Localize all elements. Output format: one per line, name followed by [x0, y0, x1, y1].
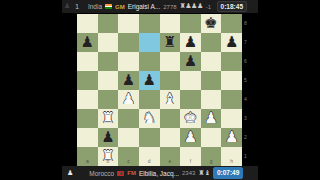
square-b8[interactable]	[98, 14, 119, 33]
piece-white-pawn: ♟	[225, 130, 238, 145]
piece-black-pawn: ♟	[184, 35, 197, 50]
file-label-h: h	[221, 159, 242, 166]
morocco-star-icon: ★	[117, 170, 124, 177]
player-name-bottom: Elbilia, Jacq...	[139, 170, 179, 177]
file-label-g: g	[201, 159, 222, 166]
rank-label-5: 5	[244, 71, 252, 90]
file-labels: abcdefgh	[77, 159, 242, 166]
square-b4[interactable]	[98, 90, 119, 109]
square-c5[interactable]: ♟	[118, 71, 139, 90]
square-a7[interactable]: ♟	[77, 33, 98, 52]
square-h3[interactable]	[221, 109, 242, 128]
rank-label-8: 8	[244, 14, 252, 33]
square-f6[interactable]: ♟	[180, 52, 201, 71]
rating-top: 2778	[163, 4, 176, 10]
piece-white-bishop: ♝	[163, 92, 176, 107]
square-f5[interactable]	[180, 71, 201, 90]
square-c4[interactable]: ♟	[118, 90, 139, 109]
square-h5[interactable]	[221, 71, 242, 90]
piece-white-pawn: ♟	[184, 130, 197, 145]
piece-black-rook: ♜	[163, 35, 176, 50]
chess-board: ♚♟♜♟♟♟♟♟♟♝♜♞♚♟♟♟♟♜	[77, 14, 242, 166]
square-a8[interactable]	[77, 14, 98, 33]
square-g4[interactable]	[201, 90, 222, 109]
square-h2[interactable]: ♟	[221, 128, 242, 147]
rank-label-2: 2	[244, 128, 252, 147]
square-e5[interactable]	[160, 71, 181, 90]
piece-black-pawn: ♟	[184, 54, 197, 69]
piece-black-pawn: ♟	[142, 73, 155, 88]
square-b7[interactable]	[98, 33, 119, 52]
piece-black-pawn: ♟	[122, 73, 135, 88]
square-f2[interactable]: ♟	[180, 128, 201, 147]
clock-top: 0:18:45	[217, 1, 247, 13]
square-f7[interactable]: ♟	[180, 33, 201, 52]
black-pawn-icon: ♟	[64, 3, 70, 10]
square-h8[interactable]	[221, 14, 242, 33]
rating-bottom: 2343	[182, 170, 195, 176]
piece-black-pawn: ♟	[225, 35, 238, 50]
piece-white-rook: ♜	[101, 111, 114, 126]
square-d7[interactable]	[139, 33, 160, 52]
white-pawn-icon: ♟	[67, 170, 73, 177]
team-name-bottom: Morocco	[89, 170, 114, 177]
square-a4[interactable]	[77, 90, 98, 109]
material-diff-top: -1	[206, 4, 211, 10]
clock-bottom-active: 0:07:49	[213, 167, 243, 179]
rank-label-3: 3	[244, 109, 252, 128]
rank-label-4: 4	[244, 90, 252, 109]
square-f8[interactable]	[180, 14, 201, 33]
top-player-bar: ♟ 1 India GM Erigaisi A... 2778 ♜♟♟♟ -1 …	[62, 0, 258, 13]
piece-black-pawn: ♟	[81, 35, 94, 50]
file-label-d: d	[139, 159, 160, 166]
rank-label-6: 6	[244, 52, 252, 71]
square-a2[interactable]	[77, 128, 98, 147]
square-c3[interactable]	[118, 109, 139, 128]
square-d3[interactable]: ♞	[139, 109, 160, 128]
rank-label-1: 1	[244, 147, 252, 166]
square-h4[interactable]	[221, 90, 242, 109]
captured-pieces-top: ♜♟♟♟	[180, 3, 203, 10]
square-d8[interactable]	[139, 14, 160, 33]
player-name-top: Erigaisi A...	[128, 3, 161, 10]
piece-white-knight: ♞	[142, 111, 155, 126]
board-number: 1	[75, 3, 79, 10]
square-b3[interactable]: ♜	[98, 109, 119, 128]
video-frame: ♟ 1 India GM Erigaisi A... 2778 ♜♟♟♟ -1 …	[0, 0, 320, 180]
square-g6[interactable]	[201, 52, 222, 71]
square-f3[interactable]: ♚	[180, 109, 201, 128]
title-badge-fm: FM	[127, 170, 136, 176]
square-e4[interactable]: ♝	[160, 90, 181, 109]
square-c6[interactable]	[118, 52, 139, 71]
square-g2[interactable]	[201, 128, 222, 147]
file-label-e: e	[160, 159, 181, 166]
square-d6[interactable]	[139, 52, 160, 71]
square-e8[interactable]	[160, 14, 181, 33]
morocco-flag-icon: ★	[117, 171, 124, 176]
square-c7[interactable]	[118, 33, 139, 52]
piece-black-king: ♚	[204, 16, 217, 31]
square-g5[interactable]	[201, 71, 222, 90]
piece-white-pawn: ♟	[122, 92, 135, 107]
square-c8[interactable]	[118, 14, 139, 33]
piece-white-pawn: ♟	[204, 111, 217, 126]
square-d5[interactable]: ♟	[139, 71, 160, 90]
square-g8[interactable]: ♚	[201, 14, 222, 33]
file-label-a: a	[77, 159, 98, 166]
square-b5[interactable]	[98, 71, 119, 90]
square-h6[interactable]	[221, 52, 242, 71]
square-e6[interactable]	[160, 52, 181, 71]
square-e2[interactable]	[160, 128, 181, 147]
team-name-top: India	[88, 3, 102, 10]
square-h7[interactable]: ♟	[221, 33, 242, 52]
file-label-b: b	[98, 159, 119, 166]
piece-black-pawn: ♟	[101, 130, 114, 145]
square-b6[interactable]	[98, 52, 119, 71]
square-e7[interactable]: ♜	[160, 33, 181, 52]
captured-pieces-bottom: ♜♝	[198, 170, 210, 177]
square-a6[interactable]	[77, 52, 98, 71]
square-g7[interactable]	[201, 33, 222, 52]
india-flag-icon	[105, 4, 112, 9]
bottom-player-bar: ♟ Morocco ★ FM Elbilia, Jacq... 2343 ♜♝ …	[62, 166, 258, 180]
file-label-f: f	[180, 159, 201, 166]
square-f4[interactable]	[180, 90, 201, 109]
square-e3[interactable]	[160, 109, 181, 128]
square-g3[interactable]: ♟	[201, 109, 222, 128]
square-d2[interactable]	[139, 128, 160, 147]
piece-white-king: ♚	[184, 111, 197, 126]
rank-label-7: 7	[244, 33, 252, 52]
square-b2[interactable]: ♟	[98, 128, 119, 147]
square-a5[interactable]	[77, 71, 98, 90]
rank-labels: 87654321	[244, 14, 252, 166]
square-a3[interactable]	[77, 109, 98, 128]
title-badge-gm: GM	[115, 4, 125, 10]
square-c2[interactable]	[118, 128, 139, 147]
square-d4[interactable]	[139, 90, 160, 109]
file-label-c: c	[118, 159, 139, 166]
